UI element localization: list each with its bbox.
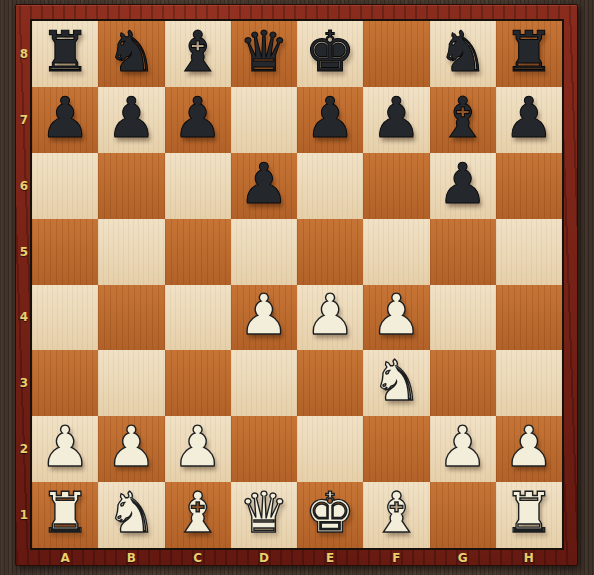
square-d3[interactable]: [231, 350, 297, 416]
rank-label-3: 3: [16, 350, 32, 416]
white-knight-b1[interactable]: ♞: [106, 485, 156, 541]
square-h4[interactable]: [496, 285, 562, 351]
square-d2[interactable]: [231, 416, 297, 482]
square-a3[interactable]: [32, 350, 98, 416]
black-queen-d8[interactable]: ♛: [239, 24, 289, 80]
page-background: 87654321 ABCDEFGH ♜♞♝♛♚♞♜♟♟♟♟♟♝♟♟♟♟♟♟♞♟♟…: [0, 0, 594, 575]
square-f5[interactable]: [363, 219, 429, 285]
white-pawn-d4[interactable]: ♟: [239, 287, 289, 343]
black-pawn-a7[interactable]: ♟: [40, 90, 90, 146]
rank-label-6: 6: [16, 153, 32, 219]
square-c5[interactable]: [165, 219, 231, 285]
file-label-d: D: [231, 548, 297, 567]
file-label-a: A: [32, 548, 98, 567]
square-d7[interactable]: [231, 87, 297, 153]
square-g3[interactable]: [430, 350, 496, 416]
square-e3[interactable]: [297, 350, 363, 416]
black-pawn-d6[interactable]: ♟: [239, 156, 289, 212]
square-c1[interactable]: ♝: [165, 482, 231, 548]
square-c8[interactable]: ♝: [165, 21, 231, 87]
file-label-f: F: [363, 548, 429, 567]
white-pawn-f4[interactable]: ♟: [371, 287, 421, 343]
black-rook-a8[interactable]: ♜: [40, 24, 90, 80]
square-h5[interactable]: [496, 219, 562, 285]
white-rook-a1[interactable]: ♜: [40, 485, 90, 541]
square-c4[interactable]: [165, 285, 231, 351]
square-b2[interactable]: ♟: [98, 416, 164, 482]
black-pawn-e7[interactable]: ♟: [305, 90, 355, 146]
white-bishop-f1[interactable]: ♝: [371, 485, 421, 541]
square-b7[interactable]: ♟: [98, 87, 164, 153]
file-label-g: G: [430, 548, 496, 567]
black-knight-g8[interactable]: ♞: [438, 24, 488, 80]
square-b8[interactable]: ♞: [98, 21, 164, 87]
square-e8[interactable]: ♚: [297, 21, 363, 87]
white-pawn-g2[interactable]: ♟: [438, 419, 488, 475]
square-a5[interactable]: [32, 219, 98, 285]
square-a8[interactable]: ♜: [32, 21, 98, 87]
square-f2[interactable]: [363, 416, 429, 482]
square-g7[interactable]: ♝: [430, 87, 496, 153]
square-g5[interactable]: [430, 219, 496, 285]
square-f8[interactable]: [363, 21, 429, 87]
square-d1[interactable]: ♛: [231, 482, 297, 548]
white-pawn-a2[interactable]: ♟: [40, 419, 90, 475]
square-b5[interactable]: [98, 219, 164, 285]
square-e2[interactable]: [297, 416, 363, 482]
white-knight-f3[interactable]: ♞: [371, 353, 421, 409]
square-d5[interactable]: [231, 219, 297, 285]
square-e4[interactable]: ♟: [297, 285, 363, 351]
black-pawn-g6[interactable]: ♟: [438, 156, 488, 212]
square-f4[interactable]: ♟: [363, 285, 429, 351]
black-pawn-h7[interactable]: ♟: [504, 90, 554, 146]
square-e7[interactable]: ♟: [297, 87, 363, 153]
white-king-e1[interactable]: ♚: [305, 485, 355, 541]
file-label-h: H: [496, 548, 562, 567]
square-b3[interactable]: [98, 350, 164, 416]
chess-board-frame: 87654321 ABCDEFGH ♜♞♝♛♚♞♜♟♟♟♟♟♝♟♟♟♟♟♟♞♟♟…: [15, 4, 578, 566]
square-a4[interactable]: [32, 285, 98, 351]
square-d4[interactable]: ♟: [231, 285, 297, 351]
black-king-e8[interactable]: ♚: [305, 24, 355, 80]
square-g4[interactable]: [430, 285, 496, 351]
black-knight-b8[interactable]: ♞: [106, 24, 156, 80]
square-g8[interactable]: ♞: [430, 21, 496, 87]
black-rook-h8[interactable]: ♜: [504, 24, 554, 80]
square-c2[interactable]: ♟: [165, 416, 231, 482]
square-a7[interactable]: ♟: [32, 87, 98, 153]
square-f1[interactable]: ♝: [363, 482, 429, 548]
square-b6[interactable]: [98, 153, 164, 219]
white-pawn-c2[interactable]: ♟: [173, 419, 223, 475]
black-bishop-g7[interactable]: ♝: [438, 90, 488, 146]
square-f7[interactable]: ♟: [363, 87, 429, 153]
black-pawn-f7[interactable]: ♟: [371, 90, 421, 146]
square-d8[interactable]: ♛: [231, 21, 297, 87]
square-g1[interactable]: [430, 482, 496, 548]
square-e1[interactable]: ♚: [297, 482, 363, 548]
square-g6[interactable]: ♟: [430, 153, 496, 219]
white-rook-h1[interactable]: ♜: [504, 485, 554, 541]
square-h8[interactable]: ♜: [496, 21, 562, 87]
square-g2[interactable]: ♟: [430, 416, 496, 482]
square-f6[interactable]: [363, 153, 429, 219]
square-e5[interactable]: [297, 219, 363, 285]
square-b4[interactable]: [98, 285, 164, 351]
rank-label-5: 5: [16, 219, 32, 285]
square-h2[interactable]: ♟: [496, 416, 562, 482]
rank-label-1: 1: [16, 482, 32, 548]
square-h7[interactable]: ♟: [496, 87, 562, 153]
rank-label-8: 8: [16, 21, 32, 87]
square-c7[interactable]: ♟: [165, 87, 231, 153]
file-label-c: C: [165, 548, 231, 567]
square-a2[interactable]: ♟: [32, 416, 98, 482]
chess-board: ♜♞♝♛♚♞♜♟♟♟♟♟♝♟♟♟♟♟♟♞♟♟♟♟♟♜♞♝♛♚♝♜: [32, 21, 562, 548]
black-pawn-c7[interactable]: ♟: [173, 90, 223, 146]
file-label-b: B: [98, 548, 164, 567]
square-h6[interactable]: [496, 153, 562, 219]
file-label-e: E: [297, 548, 363, 567]
square-c3[interactable]: [165, 350, 231, 416]
white-bishop-c1[interactable]: ♝: [173, 485, 223, 541]
square-d6[interactable]: ♟: [231, 153, 297, 219]
square-f3[interactable]: ♞: [363, 350, 429, 416]
square-e6[interactable]: [297, 153, 363, 219]
white-pawn-e4[interactable]: ♟: [305, 287, 355, 343]
black-bishop-c8[interactable]: ♝: [173, 24, 223, 80]
square-b1[interactable]: ♞: [98, 482, 164, 548]
white-pawn-h2[interactable]: ♟: [504, 419, 554, 475]
rank-label-2: 2: [16, 416, 32, 482]
square-c6[interactable]: [165, 153, 231, 219]
white-pawn-b2[interactable]: ♟: [106, 419, 156, 475]
square-h1[interactable]: ♜: [496, 482, 562, 548]
rank-label-4: 4: [16, 285, 32, 351]
square-a6[interactable]: [32, 153, 98, 219]
square-h3[interactable]: [496, 350, 562, 416]
black-pawn-b7[interactable]: ♟: [106, 90, 156, 146]
white-queen-d1[interactable]: ♛: [239, 485, 289, 541]
square-a1[interactable]: ♜: [32, 482, 98, 548]
rank-label-7: 7: [16, 87, 32, 153]
